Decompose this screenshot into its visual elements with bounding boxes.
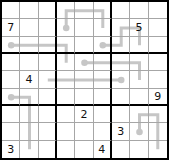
cell-r1c3[interactable] xyxy=(39,2,57,19)
given-digit: 3 xyxy=(117,126,124,137)
cell-r2c9[interactable] xyxy=(149,19,167,36)
cell-r5c4[interactable] xyxy=(57,71,75,88)
cell-r7c5[interactable]: 2 xyxy=(75,106,93,123)
cell-r4c6[interactable] xyxy=(94,54,112,71)
cell-r1c7[interactable] xyxy=(112,2,130,19)
cell-r2c2[interactable] xyxy=(20,19,38,36)
cell-r4c7[interactable] xyxy=(112,54,130,71)
cell-r1c6[interactable] xyxy=(94,2,112,19)
cell-r4c3[interactable] xyxy=(39,54,57,71)
cell-r5c5[interactable] xyxy=(75,71,93,88)
cell-r9c4[interactable] xyxy=(57,141,75,158)
cell-r2c8[interactable]: 5 xyxy=(130,19,148,36)
cell-r4c2[interactable] xyxy=(20,54,38,71)
cell-r4c8[interactable] xyxy=(130,54,148,71)
cell-r9c3[interactable] xyxy=(39,141,57,158)
cell-r3c8[interactable] xyxy=(130,37,148,54)
cell-r7c8[interactable] xyxy=(130,106,148,123)
cell-r9c5[interactable] xyxy=(75,141,93,158)
cell-r1c9[interactable] xyxy=(149,2,167,19)
cell-r4c4[interactable] xyxy=(57,54,75,71)
cell-r7c4[interactable] xyxy=(57,106,75,123)
cell-r8c9[interactable] xyxy=(149,123,167,140)
cell-r7c6[interactable] xyxy=(94,106,112,123)
cell-r6c3[interactable] xyxy=(39,89,57,106)
cell-r3c9[interactable] xyxy=(149,37,167,54)
given-digit: 3 xyxy=(7,144,14,155)
cell-r3c4[interactable] xyxy=(57,37,75,54)
cell-r6c5[interactable] xyxy=(75,89,93,106)
cell-r9c6[interactable]: 4 xyxy=(94,141,112,158)
cell-r9c9[interactable] xyxy=(149,141,167,158)
cell-r7c9[interactable] xyxy=(149,106,167,123)
cell-r8c3[interactable] xyxy=(39,123,57,140)
sudoku-board: 75492334 xyxy=(0,0,169,160)
cell-r8c4[interactable] xyxy=(57,123,75,140)
cell-r6c1[interactable] xyxy=(2,89,20,106)
sudoku-grid: 75492334 xyxy=(2,2,167,158)
cell-r7c2[interactable] xyxy=(20,106,38,123)
cell-r8c2[interactable] xyxy=(20,123,38,140)
cell-r5c7[interactable] xyxy=(112,71,130,88)
cell-r6c9[interactable]: 9 xyxy=(149,89,167,106)
given-digit: 4 xyxy=(98,144,105,155)
cell-r3c1[interactable] xyxy=(2,37,20,54)
given-digit: 2 xyxy=(80,109,87,120)
cell-r5c1[interactable] xyxy=(2,71,20,88)
cell-r3c2[interactable] xyxy=(20,37,38,54)
cell-r1c5[interactable] xyxy=(75,2,93,19)
cell-r2c6[interactable] xyxy=(94,19,112,36)
given-digit: 5 xyxy=(135,22,142,33)
cell-r2c3[interactable] xyxy=(39,19,57,36)
cell-r5c8[interactable] xyxy=(130,71,148,88)
given-digit: 7 xyxy=(7,22,14,33)
cell-r4c9[interactable] xyxy=(149,54,167,71)
cell-r6c6[interactable] xyxy=(94,89,112,106)
cell-r4c1[interactable] xyxy=(2,54,20,71)
cell-r1c4[interactable] xyxy=(57,2,75,19)
cell-r8c7[interactable]: 3 xyxy=(112,123,130,140)
cell-r5c6[interactable] xyxy=(94,71,112,88)
cell-r2c4[interactable] xyxy=(57,19,75,36)
cell-r1c2[interactable] xyxy=(20,2,38,19)
cell-r8c6[interactable] xyxy=(94,123,112,140)
cell-r3c6[interactable] xyxy=(94,37,112,54)
cell-r7c7[interactable] xyxy=(112,106,130,123)
cell-r5c9[interactable] xyxy=(149,71,167,88)
cell-r2c7[interactable] xyxy=(112,19,130,36)
cell-r6c2[interactable] xyxy=(20,89,38,106)
cell-r1c8[interactable] xyxy=(130,2,148,19)
cell-r3c3[interactable] xyxy=(39,37,57,54)
cell-r9c8[interactable] xyxy=(130,141,148,158)
cell-r5c2[interactable]: 4 xyxy=(20,71,38,88)
cell-r8c5[interactable] xyxy=(75,123,93,140)
cell-r9c2[interactable] xyxy=(20,141,38,158)
given-digit: 9 xyxy=(154,91,161,102)
cell-r9c7[interactable] xyxy=(112,141,130,158)
cell-r2c5[interactable] xyxy=(75,19,93,36)
cell-r7c1[interactable] xyxy=(2,106,20,123)
cell-r3c5[interactable] xyxy=(75,37,93,54)
cell-r6c4[interactable] xyxy=(57,89,75,106)
cell-r4c5[interactable] xyxy=(75,54,93,71)
cell-r5c3[interactable] xyxy=(39,71,57,88)
cell-r3c7[interactable] xyxy=(112,37,130,54)
given-digit: 4 xyxy=(25,74,32,85)
cell-r9c1[interactable]: 3 xyxy=(2,141,20,158)
cell-r6c7[interactable] xyxy=(112,89,130,106)
cell-r1c1[interactable] xyxy=(2,2,20,19)
cell-r8c1[interactable] xyxy=(2,123,20,140)
cell-r6c8[interactable] xyxy=(130,89,148,106)
cell-r8c8[interactable] xyxy=(130,123,148,140)
cell-r2c1[interactable]: 7 xyxy=(2,19,20,36)
cell-r7c3[interactable] xyxy=(39,106,57,123)
